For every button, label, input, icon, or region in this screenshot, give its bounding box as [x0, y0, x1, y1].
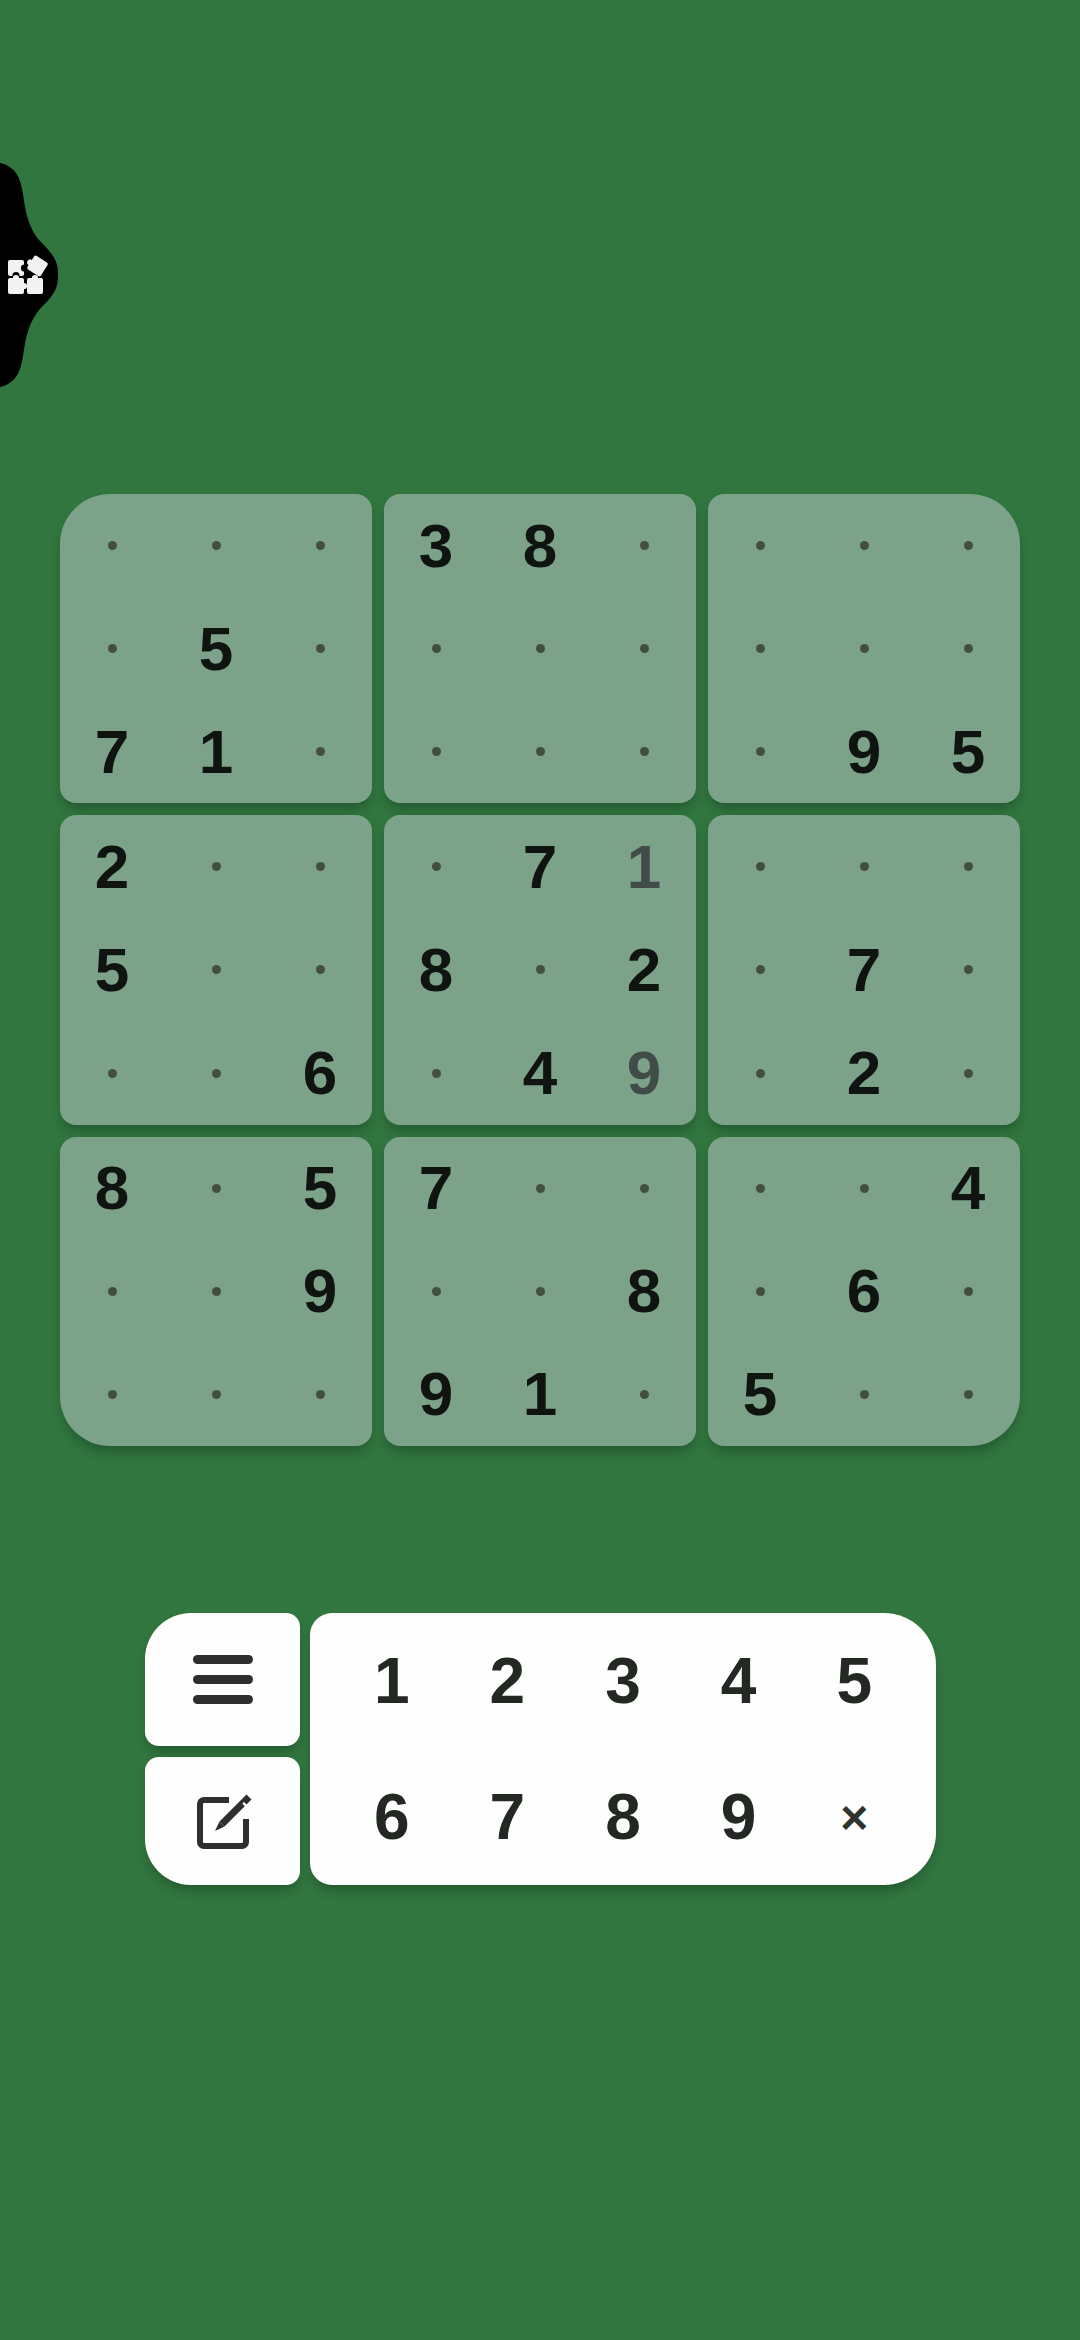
cell-r1c8[interactable] [812, 494, 916, 597]
given-digit: 7 [419, 1157, 453, 1219]
sudoku-app-screen: { "game": "sudoku", "position": "0003800… [0, 0, 1080, 2340]
cell-r9c8[interactable] [812, 1343, 916, 1446]
given-digit: 9 [419, 1363, 453, 1425]
keypad-row-1: 12345 [310, 1613, 936, 1749]
cell-r4c3[interactable] [268, 815, 372, 918]
empty-cell-dot [640, 1184, 649, 1193]
digit-key-1[interactable]: 1 [334, 1613, 450, 1749]
empty-cell-dot [316, 747, 325, 756]
empty-cell-dot [964, 965, 973, 974]
empty-cell-dot [212, 862, 221, 871]
cell-r4c7[interactable] [708, 815, 812, 918]
erase-key[interactable]: × [796, 1749, 912, 1885]
empty-cell-dot [212, 965, 221, 974]
given-digit: 2 [95, 836, 129, 898]
board-box-9: 465 [708, 1137, 1020, 1446]
empty-cell-dot [108, 1069, 117, 1078]
digit-key-2[interactable]: 2 [450, 1613, 566, 1749]
given-digit: 4 [951, 1157, 985, 1219]
empty-cell-dot [756, 1287, 765, 1296]
empty-cell-dot [108, 1287, 117, 1296]
given-digit: 7 [847, 939, 881, 1001]
empty-cell-dot [964, 862, 973, 871]
empty-cell-dot [860, 1390, 869, 1399]
given-digit: 9 [303, 1260, 337, 1322]
cell-r7c7[interactable] [708, 1137, 812, 1240]
given-digit: 5 [199, 618, 233, 680]
empty-cell-dot [432, 862, 441, 871]
empty-cell-dot [756, 1184, 765, 1193]
notes-button[interactable] [145, 1757, 300, 1885]
cell-r6c6[interactable]: 9 [592, 1022, 696, 1125]
digit-key-8[interactable]: 8 [565, 1749, 681, 1885]
given-digit: 2 [847, 1042, 881, 1104]
cell-r1c4[interactable]: 3 [384, 494, 488, 597]
cell-r8c8[interactable]: 6 [812, 1240, 916, 1343]
empty-cell-dot [432, 1069, 441, 1078]
given-digit: 9 [847, 721, 881, 783]
given-digit: 5 [743, 1363, 777, 1425]
cell-r6c3[interactable]: 6 [268, 1022, 372, 1125]
cell-r5c1[interactable]: 5 [60, 918, 164, 1021]
cell-r3c6[interactable] [592, 700, 696, 803]
cell-r8c7[interactable] [708, 1240, 812, 1343]
empty-cell-dot [432, 1287, 441, 1296]
empty-cell-dot [212, 1287, 221, 1296]
cell-r7c3[interactable]: 5 [268, 1137, 372, 1240]
given-digit: 6 [303, 1042, 337, 1104]
cell-r4c4[interactable] [384, 815, 488, 918]
board-box-3: 95 [708, 494, 1020, 803]
empty-cell-dot [536, 747, 545, 756]
board-box-1: 571 [60, 494, 372, 803]
digit-key-7[interactable]: 7 [450, 1749, 566, 1885]
cell-r7c9[interactable]: 4 [916, 1137, 1020, 1240]
empty-cell-dot [536, 1287, 545, 1296]
cell-r4c6[interactable]: 1 [592, 815, 696, 918]
board-box-2: 38 [384, 494, 696, 803]
keypad-row-2: 6789× [310, 1749, 936, 1885]
cell-r9c4[interactable]: 9 [384, 1343, 488, 1446]
cell-r7c8[interactable] [812, 1137, 916, 1240]
given-digit: 1 [523, 1363, 557, 1425]
cell-r5c3[interactable] [268, 918, 372, 1021]
given-digit: 6 [847, 1260, 881, 1322]
cell-r7c5[interactable] [488, 1137, 592, 1240]
overlay-bubble-shape [0, 163, 64, 387]
cell-r9c1[interactable] [60, 1343, 164, 1446]
empty-cell-dot [860, 644, 869, 653]
empty-cell-dot [964, 541, 973, 550]
empty-cell-dot [640, 644, 649, 653]
cell-r8c1[interactable] [60, 1240, 164, 1343]
cell-r4c9[interactable] [916, 815, 1020, 918]
cell-r3c4[interactable] [384, 700, 488, 803]
board-box-4: 256 [60, 815, 372, 1124]
cell-r9c5[interactable]: 1 [488, 1343, 592, 1446]
cell-r1c7[interactable] [708, 494, 812, 597]
cell-r5c2[interactable] [164, 918, 268, 1021]
digit-key-3[interactable]: 3 [565, 1613, 681, 1749]
cell-r3c8[interactable]: 9 [812, 700, 916, 803]
given-digit: 5 [95, 939, 129, 1001]
given-digit: 4 [523, 1042, 557, 1104]
given-digit: 8 [419, 939, 453, 1001]
empty-cell-dot [108, 541, 117, 550]
cell-r5c8[interactable]: 7 [812, 918, 916, 1021]
cell-r6c4[interactable] [384, 1022, 488, 1125]
given-digit: 1 [199, 721, 233, 783]
cell-r9c2[interactable] [164, 1343, 268, 1446]
empty-cell-dot [860, 1184, 869, 1193]
given-digit: 2 [627, 939, 661, 1001]
empty-cell-dot [964, 1287, 973, 1296]
cell-r5c5[interactable] [488, 918, 592, 1021]
cell-r8c5[interactable] [488, 1240, 592, 1343]
cell-r3c3[interactable] [268, 700, 372, 803]
cell-r8c9[interactable] [916, 1240, 1020, 1343]
cell-r7c4[interactable]: 7 [384, 1137, 488, 1240]
cell-r3c7[interactable] [708, 700, 812, 803]
empty-cell-dot [756, 644, 765, 653]
digit-key-9[interactable]: 9 [681, 1749, 797, 1885]
cell-r5c4[interactable]: 8 [384, 918, 488, 1021]
cell-r1c9[interactable] [916, 494, 1020, 597]
empty-cell-dot [640, 1390, 649, 1399]
empty-cell-dot [536, 965, 545, 974]
cell-r6c1[interactable] [60, 1022, 164, 1125]
cell-r9c3[interactable] [268, 1343, 372, 1446]
cell-r4c5[interactable]: 7 [488, 815, 592, 918]
empty-cell-dot [756, 965, 765, 974]
cell-r6c8[interactable]: 2 [812, 1022, 916, 1125]
given-digit: 7 [95, 721, 129, 783]
empty-cell-dot [964, 644, 973, 653]
empty-cell-dot [756, 747, 765, 756]
cell-r2c5[interactable] [488, 597, 592, 700]
cell-r7c2[interactable] [164, 1137, 268, 1240]
given-digit: 8 [627, 1260, 661, 1322]
empty-cell-dot [964, 1069, 973, 1078]
cell-r1c1[interactable] [60, 494, 164, 597]
cell-r2c9[interactable] [916, 597, 1020, 700]
cell-r8c6[interactable]: 8 [592, 1240, 696, 1343]
given-digit: 3 [419, 515, 453, 577]
empty-cell-dot [432, 644, 441, 653]
cell-r2c4[interactable] [384, 597, 488, 700]
empty-cell-dot [756, 541, 765, 550]
cell-r1c2[interactable] [164, 494, 268, 597]
cell-r4c1[interactable]: 2 [60, 815, 164, 918]
digit-key-4[interactable]: 4 [681, 1613, 797, 1749]
cell-r8c2[interactable] [164, 1240, 268, 1343]
empty-cell-dot [536, 644, 545, 653]
cell-r2c1[interactable] [60, 597, 164, 700]
cell-r3c2[interactable]: 1 [164, 700, 268, 803]
cell-r9c6[interactable] [592, 1343, 696, 1446]
board-box-5: 718249 [384, 815, 696, 1124]
given-digit: 5 [951, 721, 985, 783]
digit-key-6[interactable]: 6 [334, 1749, 450, 1885]
cell-r2c3[interactable] [268, 597, 372, 700]
cell-r5c6[interactable]: 2 [592, 918, 696, 1021]
empty-cell-dot [316, 965, 325, 974]
user-digit: 9 [627, 1042, 661, 1104]
empty-cell-dot [860, 541, 869, 550]
cell-r9c9[interactable] [916, 1343, 1020, 1446]
user-digit: 1 [627, 836, 661, 898]
cell-r5c9[interactable] [916, 918, 1020, 1021]
cell-r2c8[interactable] [812, 597, 916, 700]
empty-cell-dot [756, 862, 765, 871]
pencil-edit-icon [189, 1787, 257, 1855]
cell-r9c7[interactable]: 5 [708, 1343, 812, 1446]
hamburger-icon [191, 1653, 255, 1707]
empty-cell-dot [212, 1390, 221, 1399]
cell-r1c5[interactable]: 8 [488, 494, 592, 597]
cell-r1c3[interactable] [268, 494, 372, 597]
menu-button[interactable] [145, 1613, 300, 1746]
empty-cell-dot [212, 541, 221, 550]
empty-cell-dot [108, 1390, 117, 1399]
control-panel: 12345 6789× [145, 1613, 936, 1885]
cell-r6c7[interactable] [708, 1022, 812, 1125]
empty-cell-dot [316, 644, 325, 653]
cell-r7c1[interactable]: 8 [60, 1137, 164, 1240]
cell-r2c2[interactable]: 5 [164, 597, 268, 700]
cell-r6c2[interactable] [164, 1022, 268, 1125]
cell-r5c7[interactable] [708, 918, 812, 1021]
empty-cell-dot [756, 1069, 765, 1078]
given-digit: 8 [95, 1157, 129, 1219]
cell-r8c3[interactable]: 9 [268, 1240, 372, 1343]
number-keypad: 12345 6789× [310, 1613, 936, 1885]
cell-r3c1[interactable]: 7 [60, 700, 164, 803]
digit-key-5[interactable]: 5 [796, 1613, 912, 1749]
empty-cell-dot [212, 1184, 221, 1193]
empty-cell-dot [860, 862, 869, 871]
empty-cell-dot [640, 541, 649, 550]
cell-r2c7[interactable] [708, 597, 812, 700]
empty-cell-dot [536, 1184, 545, 1193]
empty-cell-dot [640, 747, 649, 756]
given-digit: 8 [523, 515, 557, 577]
cell-r1c6[interactable] [592, 494, 696, 597]
given-digit: 7 [523, 836, 557, 898]
assistant-overlay-button[interactable] [0, 163, 64, 387]
board-box-6: 72 [708, 815, 1020, 1124]
empty-cell-dot [964, 1390, 973, 1399]
empty-cell-dot [316, 1390, 325, 1399]
empty-cell-dot [316, 541, 325, 550]
cell-r4c2[interactable] [164, 815, 268, 918]
cell-r6c5[interactable]: 4 [488, 1022, 592, 1125]
cell-r3c5[interactable] [488, 700, 592, 803]
empty-cell-dot [316, 862, 325, 871]
cell-r4c8[interactable] [812, 815, 916, 918]
cell-r8c4[interactable] [384, 1240, 488, 1343]
cell-r6c9[interactable] [916, 1022, 1020, 1125]
board-box-8: 7891 [384, 1137, 696, 1446]
empty-cell-dot [108, 644, 117, 653]
given-digit: 5 [303, 1157, 337, 1219]
cell-r7c6[interactable] [592, 1137, 696, 1240]
sudoku-board: 571 38 95 256 718249 72 859 7891 465 [60, 494, 1020, 1446]
empty-cell-dot [212, 1069, 221, 1078]
cell-r3c9[interactable]: 5 [916, 700, 1020, 803]
board-box-7: 859 [60, 1137, 372, 1446]
cell-r2c6[interactable] [592, 597, 696, 700]
empty-cell-dot [432, 747, 441, 756]
